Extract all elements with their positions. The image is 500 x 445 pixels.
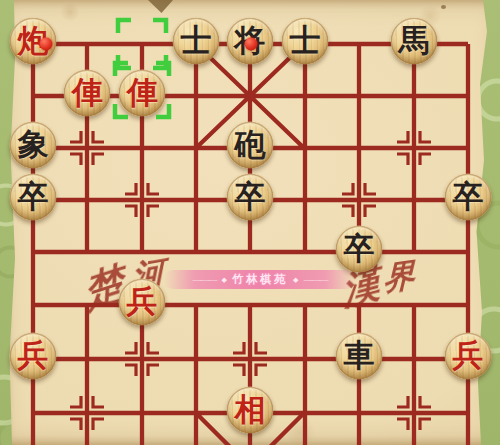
piece-character: 相 (235, 394, 266, 425)
black-piece-将[interactable]: 将 (227, 18, 274, 65)
banner-dot-right: ◆ (293, 276, 298, 284)
red-piece-相[interactable]: 相 (227, 387, 274, 434)
piece-character: 俥 (127, 77, 158, 108)
check-indicator-dot (245, 38, 258, 51)
piece-character: 象 (18, 129, 49, 160)
black-piece-士[interactable]: 士 (173, 18, 220, 65)
black-piece-卒[interactable]: 卒 (336, 226, 383, 273)
watermark-text: 竹林棋苑 (232, 272, 288, 287)
piece-character: 砲 (235, 129, 266, 160)
red-piece-兵[interactable]: 兵 (119, 279, 166, 326)
black-piece-士[interactable]: 士 (282, 18, 329, 65)
piece-character: 兵 (18, 340, 49, 371)
red-piece-俥[interactable]: 俥 (119, 70, 166, 117)
banner-dot-left: ◆ (222, 276, 227, 284)
black-piece-卒[interactable]: 卒 (445, 174, 492, 221)
piece-character: 俥 (72, 77, 103, 108)
black-piece-馬[interactable]: 馬 (391, 18, 438, 65)
piece-character: 車 (344, 340, 375, 371)
black-piece-卒[interactable]: 卒 (10, 174, 57, 221)
banner-dash-left: ——— (193, 275, 217, 285)
banner-dash-right: ——— (303, 275, 327, 285)
red-piece-炮[interactable]: 炮 (10, 18, 57, 65)
black-piece-卒[interactable]: 卒 (227, 174, 274, 221)
piece-character: 卒 (18, 181, 49, 212)
watermark-banner: ——— ◆ 竹林棋苑 ◆ ——— (164, 270, 356, 289)
check-indicator-dot (40, 38, 53, 51)
piece-character: 馬 (399, 25, 430, 56)
black-piece-象[interactable]: 象 (10, 122, 57, 169)
black-piece-車[interactable]: 車 (336, 333, 383, 380)
piece-character: 卒 (344, 233, 375, 264)
piece-character: 士 (181, 25, 212, 56)
piece-character: 卒 (453, 181, 484, 212)
red-piece-兵[interactable]: 兵 (10, 333, 57, 380)
piece-character: 兵 (453, 340, 484, 371)
piece-character: 卒 (235, 181, 266, 212)
pieces-layer: 炮士将士馬俥俥象砲卒卒卒卒兵兵車兵相 (0, 0, 500, 445)
piece-character: 兵 (127, 286, 158, 317)
red-piece-兵[interactable]: 兵 (445, 333, 492, 380)
black-piece-砲[interactable]: 砲 (227, 122, 274, 169)
red-piece-俥[interactable]: 俥 (64, 70, 111, 117)
piece-character: 士 (290, 25, 321, 56)
xiangqi-game-screenshot: 楚河漢界 炮士将士馬俥俥象砲卒卒卒卒兵兵車兵相 ——— ◆ 竹林棋苑 ◆ ——— (0, 0, 500, 445)
